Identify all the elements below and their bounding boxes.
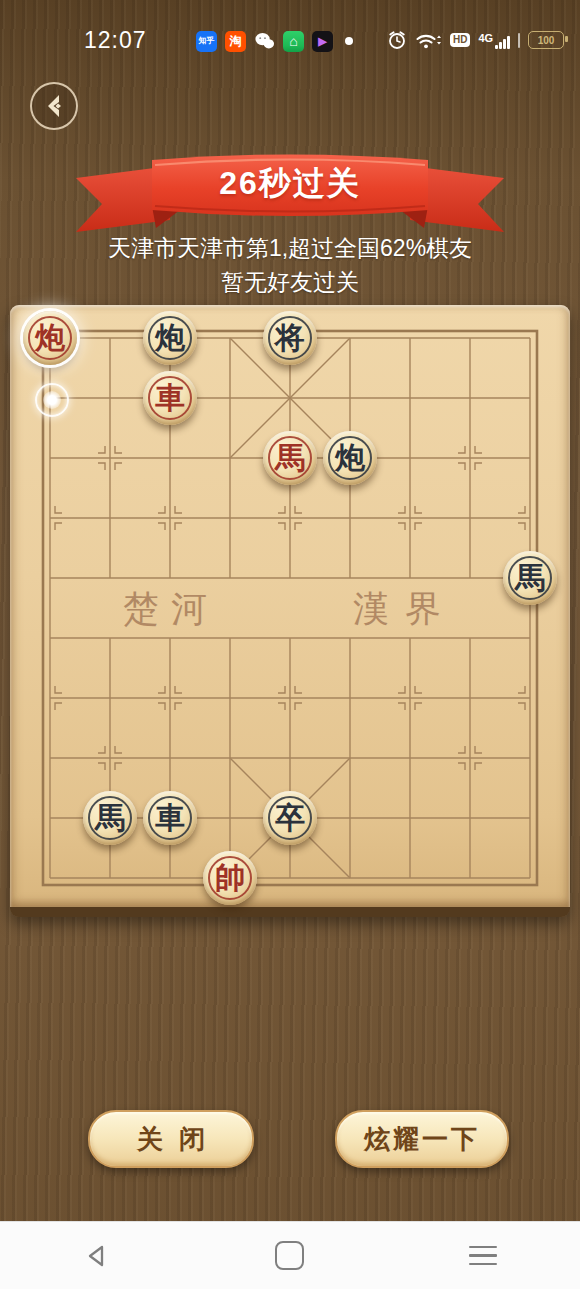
piece-character: 卒 — [263, 791, 317, 845]
piece-black-cannon[interactable]: 炮 — [323, 431, 377, 485]
house-app-icon: ⌂ — [283, 31, 304, 52]
piece-character: 馬 — [83, 791, 137, 845]
piece-black-soldier[interactable]: 卒 — [263, 791, 317, 845]
piece-red-chariot[interactable]: 車 — [143, 371, 197, 425]
sim-separator — [518, 33, 520, 48]
alarm-icon — [387, 30, 407, 50]
video-app-icon: ▶ — [312, 31, 333, 52]
back-button[interactable] — [30, 82, 78, 130]
notification-dot — [345, 37, 353, 45]
piece-character: 炮 — [143, 311, 197, 365]
piece-character: 炮 — [23, 311, 77, 365]
nav-recents-icon — [469, 1246, 497, 1266]
piece-character: 将 — [263, 311, 317, 365]
brag-button[interactable]: 炫耀一下 — [335, 1110, 509, 1168]
signal-4g-icon: 4G — [478, 32, 510, 49]
nav-recents-button[interactable] — [387, 1246, 580, 1266]
result-text: 天津市天津市第1,超过全国62%棋友 暂无好友过关 — [0, 231, 580, 299]
system-status-icons: HD 4G 100 — [387, 29, 564, 51]
back-chevron-icon — [42, 93, 66, 119]
piece-character: 炮 — [323, 431, 377, 485]
piece-black-cannon[interactable]: 炮 — [143, 311, 197, 365]
piece-black-horse[interactable]: 馬 — [503, 551, 557, 605]
piece-red-general[interactable]: 帥 — [203, 851, 257, 905]
piece-character: 馬 — [503, 551, 557, 605]
battery-indicator: 100 — [528, 31, 564, 49]
nav-back-button[interactable] — [0, 1241, 193, 1271]
piece-black-horse[interactable]: 馬 — [83, 791, 137, 845]
piece-character: 車 — [143, 371, 197, 425]
piece-red-horse[interactable]: 馬 — [263, 431, 317, 485]
friends-line: 暂无好友过关 — [0, 265, 580, 299]
xiangqi-board[interactable]: 楚河 漢界 炮炮将車馬炮馬馬車卒帥 — [10, 305, 570, 917]
zhihu-app-icon: 知乎 — [196, 31, 217, 52]
piece-character: 車 — [143, 791, 197, 845]
nav-back-icon — [82, 1241, 112, 1271]
piece-character: 馬 — [263, 431, 317, 485]
clock-time: 12:07 — [84, 27, 147, 54]
piece-black-chariot[interactable]: 車 — [143, 791, 197, 845]
wifi-icon — [415, 30, 442, 50]
piece-black-general[interactable]: 将 — [263, 311, 317, 365]
piece-character: 帥 — [203, 851, 257, 905]
android-nav-bar — [0, 1221, 580, 1289]
banner-title: 26秒过关 — [152, 158, 428, 210]
wechat-app-icon — [254, 31, 275, 52]
notification-icons: 知乎 淘 ⌂ ▶ — [196, 29, 353, 53]
rank-line: 天津市天津市第1,超过全国62%棋友 — [0, 231, 580, 265]
close-button[interactable]: 关闭 — [88, 1110, 254, 1168]
nav-home-button[interactable] — [193, 1241, 386, 1270]
piece-layer: 炮炮将車馬炮馬馬車卒帥 — [10, 305, 570, 907]
hd-badge: HD — [450, 33, 470, 47]
piece-red-cannon[interactable]: 炮 — [23, 311, 77, 365]
last-move-origin-marker — [35, 383, 69, 417]
nav-home-icon — [275, 1241, 304, 1270]
taobao-app-icon: 淘 — [225, 31, 246, 52]
